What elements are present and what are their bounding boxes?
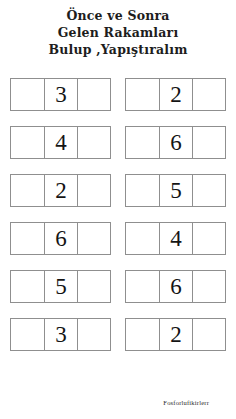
- title-line-3: Bulup ,Yapıştıralım: [0, 42, 236, 59]
- after-slot[interactable]: [192, 127, 225, 158]
- before-slot[interactable]: [126, 175, 159, 206]
- row-5: 5 6: [10, 270, 226, 303]
- given-number: 5: [159, 175, 192, 206]
- after-slot[interactable]: [77, 127, 110, 158]
- triple-box-r5-right: 6: [125, 270, 226, 303]
- given-number: 2: [159, 319, 192, 350]
- given-number: 3: [44, 79, 77, 110]
- given-number: 2: [44, 175, 77, 206]
- triple-box-r4-right: 4: [125, 222, 226, 255]
- before-slot[interactable]: [126, 319, 159, 350]
- title-line-1: Önce ve Sonra: [0, 8, 236, 25]
- triple-box-r6-right: 2: [125, 318, 226, 351]
- triple-box-r2-left: 4: [10, 126, 111, 159]
- triple-box-r2-right: 6: [125, 126, 226, 159]
- after-slot[interactable]: [77, 175, 110, 206]
- worksheet-grid: 3 2 4 6 2: [10, 78, 226, 351]
- after-slot[interactable]: [192, 271, 225, 302]
- after-slot[interactable]: [192, 319, 225, 350]
- row-3: 2 5: [10, 174, 226, 207]
- given-number: 3: [44, 319, 77, 350]
- before-slot[interactable]: [11, 175, 44, 206]
- before-slot[interactable]: [11, 127, 44, 158]
- page-title: Önce ve Sonra Gelen Rakamları Bulup ,Yap…: [0, 0, 236, 58]
- before-slot[interactable]: [11, 223, 44, 254]
- given-number: 6: [44, 223, 77, 254]
- row-4: 6 4: [10, 222, 226, 255]
- title-line-2: Gelen Rakamları: [0, 25, 236, 42]
- given-number: 6: [159, 127, 192, 158]
- before-slot[interactable]: [11, 79, 44, 110]
- row-2: 4 6: [10, 126, 226, 159]
- before-slot[interactable]: [126, 223, 159, 254]
- given-number: 4: [159, 223, 192, 254]
- triple-box-r4-left: 6: [10, 222, 111, 255]
- after-slot[interactable]: [77, 319, 110, 350]
- given-number: 5: [44, 271, 77, 302]
- after-slot[interactable]: [192, 79, 225, 110]
- triple-box-r1-left: 3: [10, 78, 111, 111]
- watermark: Fosforlufikirlerr: [163, 399, 209, 406]
- triple-box-r5-left: 5: [10, 270, 111, 303]
- triple-box-r3-left: 2: [10, 174, 111, 207]
- row-6: 3 2: [10, 318, 226, 351]
- after-slot[interactable]: [77, 271, 110, 302]
- before-slot[interactable]: [11, 319, 44, 350]
- before-slot[interactable]: [126, 79, 159, 110]
- row-1: 3 2: [10, 78, 226, 111]
- given-number: 4: [44, 127, 77, 158]
- before-slot[interactable]: [11, 271, 44, 302]
- triple-box-r1-right: 2: [125, 78, 226, 111]
- before-slot[interactable]: [126, 127, 159, 158]
- after-slot[interactable]: [192, 223, 225, 254]
- given-number: 2: [159, 79, 192, 110]
- after-slot[interactable]: [192, 175, 225, 206]
- after-slot[interactable]: [77, 79, 110, 110]
- given-number: 6: [159, 271, 192, 302]
- triple-box-r6-left: 3: [10, 318, 111, 351]
- before-slot[interactable]: [126, 271, 159, 302]
- triple-box-r3-right: 5: [125, 174, 226, 207]
- worksheet-page: Önce ve Sonra Gelen Rakamları Bulup ,Yap…: [0, 0, 236, 419]
- after-slot[interactable]: [77, 223, 110, 254]
